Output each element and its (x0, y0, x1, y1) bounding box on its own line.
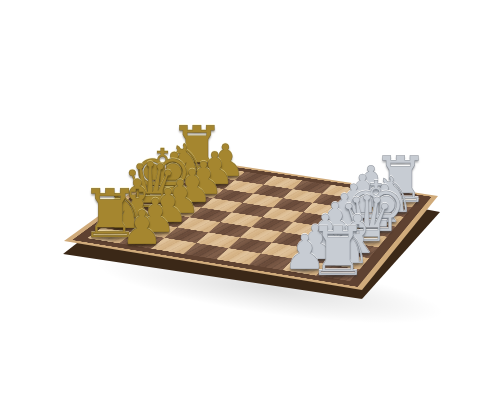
product-photo-scene: ♜♞♝♛♚♝♞♜♟♟♟♟♟♟♟♟♟♟♟♟♟♟♟♟♜♞♝♛♚♝♞♜ (0, 0, 500, 400)
piece-black-pawn-a7[interactable]: ♟ (121, 203, 163, 250)
chess-piece-glyph: ♟ (121, 203, 163, 250)
piece-white-rook-a1[interactable]: ♜ (308, 218, 369, 286)
chess-piece-glyph: ♜ (308, 218, 369, 286)
